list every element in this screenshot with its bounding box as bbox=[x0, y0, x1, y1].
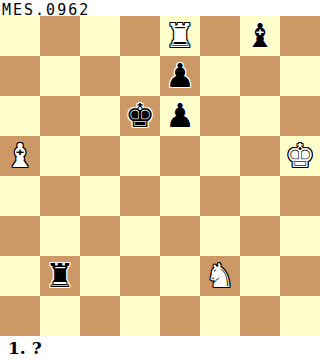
square-g2[interactable] bbox=[240, 256, 280, 296]
square-d2[interactable] bbox=[120, 256, 160, 296]
square-h2[interactable] bbox=[280, 256, 320, 296]
piece-black-king[interactable]: ♚ bbox=[125, 96, 155, 136]
move-prompt: 1. ? bbox=[8, 338, 42, 358]
square-h6[interactable] bbox=[280, 96, 320, 136]
square-a7[interactable] bbox=[0, 56, 40, 96]
square-g7[interactable] bbox=[240, 56, 280, 96]
square-h4[interactable] bbox=[280, 176, 320, 216]
square-d1[interactable] bbox=[120, 296, 160, 336]
square-g8[interactable]: ♝ bbox=[240, 16, 280, 56]
title-bar: MES.0962 bbox=[0, 0, 320, 16]
piece-black-bishop[interactable]: ♝ bbox=[245, 16, 275, 56]
square-c7[interactable] bbox=[80, 56, 120, 96]
piece-white-bishop[interactable]: ♝ bbox=[5, 136, 35, 176]
square-f8[interactable] bbox=[200, 16, 240, 56]
square-h3[interactable] bbox=[280, 216, 320, 256]
square-e6[interactable]: ♟ bbox=[160, 96, 200, 136]
square-c6[interactable] bbox=[80, 96, 120, 136]
square-f5[interactable] bbox=[200, 136, 240, 176]
square-b5[interactable] bbox=[40, 136, 80, 176]
square-e5[interactable] bbox=[160, 136, 200, 176]
square-g5[interactable] bbox=[240, 136, 280, 176]
piece-white-knight[interactable]: ♞ bbox=[205, 256, 235, 296]
square-e1[interactable] bbox=[160, 296, 200, 336]
square-d6[interactable]: ♚ bbox=[120, 96, 160, 136]
square-d3[interactable] bbox=[120, 216, 160, 256]
square-a6[interactable] bbox=[0, 96, 40, 136]
square-c1[interactable] bbox=[80, 296, 120, 336]
square-b2[interactable]: ♜ bbox=[40, 256, 80, 296]
piece-black-rook[interactable]: ♜ bbox=[45, 256, 75, 296]
square-g1[interactable] bbox=[240, 296, 280, 336]
square-b8[interactable] bbox=[40, 16, 80, 56]
square-f4[interactable] bbox=[200, 176, 240, 216]
chess-program-window: MES.0962 ♜♝♟♚♟♝♚♜♞ 1. ? bbox=[0, 0, 320, 360]
square-f1[interactable] bbox=[200, 296, 240, 336]
square-c3[interactable] bbox=[80, 216, 120, 256]
square-a1[interactable] bbox=[0, 296, 40, 336]
square-g4[interactable] bbox=[240, 176, 280, 216]
square-h8[interactable] bbox=[280, 16, 320, 56]
square-h7[interactable] bbox=[280, 56, 320, 96]
square-b6[interactable] bbox=[40, 96, 80, 136]
square-g6[interactable] bbox=[240, 96, 280, 136]
square-e4[interactable] bbox=[160, 176, 200, 216]
square-a4[interactable] bbox=[0, 176, 40, 216]
square-f7[interactable] bbox=[200, 56, 240, 96]
chess-board: ♜♝♟♚♟♝♚♜♞ bbox=[0, 16, 320, 336]
square-d5[interactable] bbox=[120, 136, 160, 176]
square-a2[interactable] bbox=[0, 256, 40, 296]
piece-black-pawn[interactable]: ♟ bbox=[165, 96, 195, 136]
square-c4[interactable] bbox=[80, 176, 120, 216]
square-c2[interactable] bbox=[80, 256, 120, 296]
square-h5[interactable]: ♚ bbox=[280, 136, 320, 176]
square-a3[interactable] bbox=[0, 216, 40, 256]
square-e3[interactable] bbox=[160, 216, 200, 256]
square-b3[interactable] bbox=[40, 216, 80, 256]
piece-white-rook[interactable]: ♜ bbox=[165, 16, 195, 56]
square-b1[interactable] bbox=[40, 296, 80, 336]
square-e8[interactable]: ♜ bbox=[160, 16, 200, 56]
square-e7[interactable]: ♟ bbox=[160, 56, 200, 96]
square-f6[interactable] bbox=[200, 96, 240, 136]
status-bar: 1. ? bbox=[0, 336, 320, 360]
square-d4[interactable] bbox=[120, 176, 160, 216]
square-e2[interactable] bbox=[160, 256, 200, 296]
piece-black-pawn[interactable]: ♟ bbox=[165, 56, 195, 96]
square-d8[interactable] bbox=[120, 16, 160, 56]
square-a8[interactable] bbox=[0, 16, 40, 56]
piece-white-king[interactable]: ♚ bbox=[285, 136, 315, 176]
square-d7[interactable] bbox=[120, 56, 160, 96]
square-b4[interactable] bbox=[40, 176, 80, 216]
square-g3[interactable] bbox=[240, 216, 280, 256]
square-b7[interactable] bbox=[40, 56, 80, 96]
square-c8[interactable] bbox=[80, 16, 120, 56]
square-h1[interactable] bbox=[280, 296, 320, 336]
square-f2[interactable]: ♞ bbox=[200, 256, 240, 296]
square-a5[interactable]: ♝ bbox=[0, 136, 40, 176]
square-c5[interactable] bbox=[80, 136, 120, 176]
square-f3[interactable] bbox=[200, 216, 240, 256]
